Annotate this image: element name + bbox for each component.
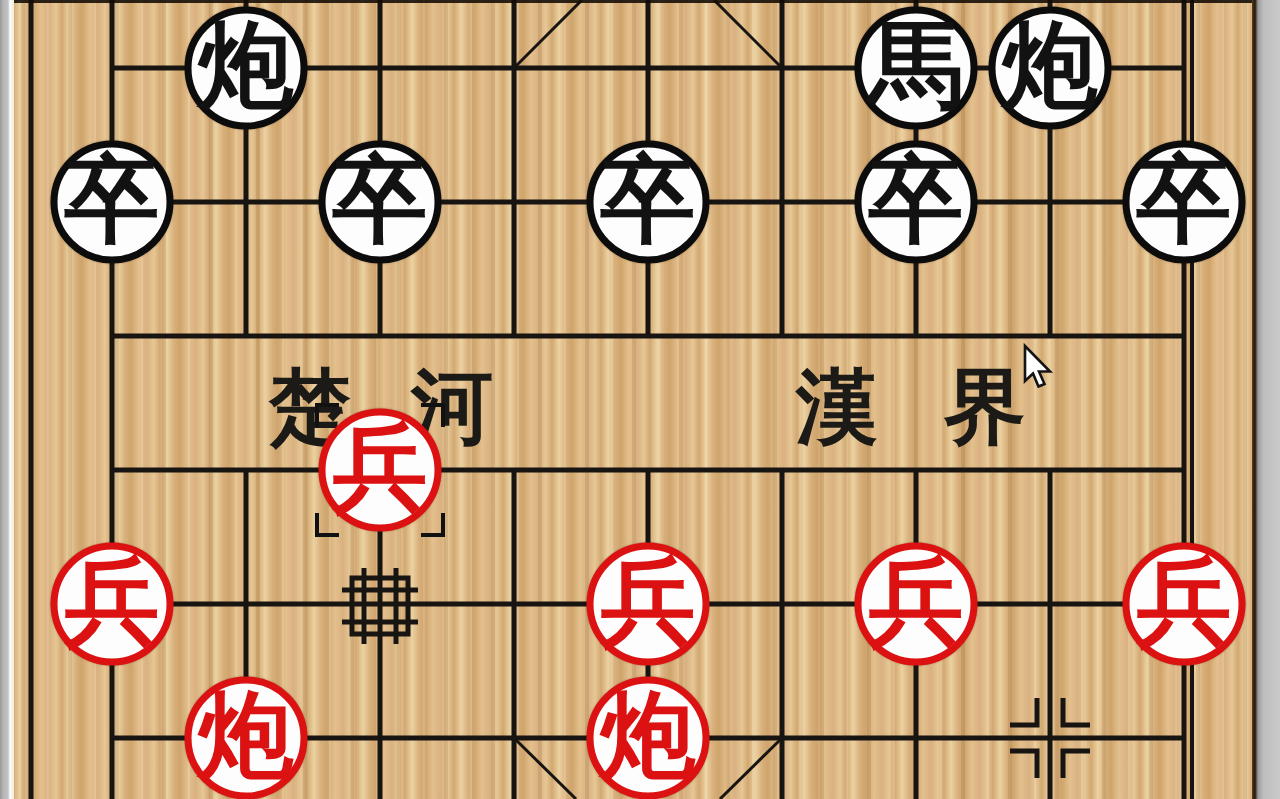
xiangqi-app-window: 楚 河 漢 界 炮馬炮卒卒卒卒卒兵兵兵兵兵炮炮 — [0, 0, 1280, 799]
mouse-cursor — [0, 0, 1280, 799]
